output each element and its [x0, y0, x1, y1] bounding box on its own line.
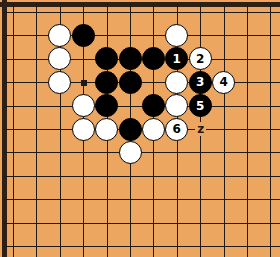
- move-number-label: 1: [173, 53, 181, 65]
- grid-line-horizontal: [4, 35, 280, 36]
- grid-line-horizontal: [4, 12, 280, 13]
- point-label-z: z: [195, 122, 206, 136]
- stone-white: [165, 24, 188, 47]
- stone-black: [119, 47, 142, 70]
- grid-line-horizontal: [4, 246, 280, 247]
- stone-white: [95, 118, 118, 141]
- grid-line-vertical: [247, 4, 248, 257]
- grid-line-vertical: [13, 4, 14, 257]
- stone-black-move-3: 3: [189, 71, 212, 94]
- stone-white: [72, 94, 95, 117]
- grid-line-vertical: [224, 4, 225, 257]
- stone-white: [142, 118, 165, 141]
- stone-black: [142, 94, 165, 117]
- stone-black: [119, 71, 142, 94]
- board-edge-top: [0, 2, 280, 7]
- stone-white: [165, 71, 188, 94]
- grid-line-vertical: [270, 4, 271, 257]
- stone-white: [119, 141, 142, 164]
- grid-line-horizontal: [4, 82, 280, 83]
- stone-white: [48, 47, 71, 70]
- grid-line-horizontal: [4, 199, 280, 200]
- stone-black: [95, 94, 118, 117]
- stone-white-move-4: 4: [212, 71, 235, 94]
- move-number-label: 2: [196, 53, 204, 65]
- stone-white-move-6: 6: [165, 118, 188, 141]
- go-board: 123456z: [0, 0, 280, 257]
- star-point: [81, 80, 87, 86]
- stone-white-move-2: 2: [189, 47, 212, 70]
- move-number-label: 3: [196, 76, 204, 88]
- stone-white: [48, 24, 71, 47]
- move-number-label: 6: [173, 123, 181, 135]
- grid-line-vertical: [36, 4, 37, 257]
- stone-black: [95, 47, 118, 70]
- stone-white: [72, 118, 95, 141]
- stone-black-move-5: 5: [189, 94, 212, 117]
- stone-black: [142, 47, 165, 70]
- stone-black: [119, 118, 142, 141]
- move-number-label: 5: [196, 100, 204, 112]
- stone-white: [48, 71, 71, 94]
- stone-black: [72, 24, 95, 47]
- stone-black-move-1: 1: [165, 47, 188, 70]
- stone-black: [95, 71, 118, 94]
- grid-line-horizontal: [4, 223, 280, 224]
- grid-line-horizontal: [4, 152, 280, 153]
- move-number-label: 4: [219, 76, 227, 88]
- stone-white: [165, 94, 188, 117]
- grid-line-horizontal: [4, 176, 280, 177]
